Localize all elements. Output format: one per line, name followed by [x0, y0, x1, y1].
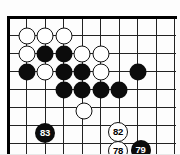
- board-intersection: [147, 117, 166, 135]
- board-intersection: [73, 99, 92, 117]
- board-intersection: [147, 27, 166, 45]
- board-intersection: [17, 81, 36, 99]
- board-intersection: [110, 63, 129, 81]
- board-intersection: [54, 117, 73, 135]
- board-intersection: 83: [36, 117, 55, 135]
- board-intersection: [110, 81, 129, 99]
- board-intersection: [165, 99, 180, 117]
- black-stone: [55, 63, 72, 80]
- board-intersection: [128, 81, 147, 99]
- white-stone: [74, 45, 91, 62]
- move-78-stone: 78: [108, 141, 128, 155]
- board-intersection: [17, 99, 36, 117]
- board-intersection: [73, 81, 92, 99]
- board-intersection: [128, 63, 147, 81]
- board-intersection: [17, 27, 36, 45]
- board-intersection: [165, 117, 180, 135]
- white-stone: [76, 102, 93, 119]
- board-intersection: [147, 81, 166, 99]
- board-intersection: [36, 63, 55, 81]
- board-intersection: [110, 45, 129, 63]
- go-diagram: 83827879: [0, 0, 180, 154]
- board-intersection: [17, 117, 36, 135]
- white-stone: [18, 27, 35, 44]
- board-intersection: [165, 45, 180, 63]
- move-number-label: 78: [113, 146, 123, 154]
- black-stone: [74, 63, 91, 80]
- board-intersection: [54, 27, 73, 45]
- board-intersection: [110, 99, 129, 117]
- go-board: 83827879: [0, 9, 180, 153]
- white-stone: [55, 27, 72, 44]
- board-intersection: [17, 45, 36, 63]
- move-83-stone: 83: [35, 123, 55, 143]
- black-stone: [55, 45, 72, 62]
- board-intersection: [91, 45, 110, 63]
- white-stone: [92, 63, 109, 80]
- move-number-label: 83: [40, 128, 50, 138]
- move-number-label: 79: [136, 145, 146, 154]
- board-intersection: [54, 81, 73, 99]
- move-number-label: 82: [113, 127, 123, 137]
- board-intersection: [147, 45, 166, 63]
- black-stone: [111, 81, 128, 98]
- board-left-edge: [7, 16, 10, 154]
- white-stone: [18, 45, 35, 62]
- board-intersection: [73, 135, 92, 153]
- white-stone: [37, 27, 54, 44]
- board-intersection: [165, 135, 180, 153]
- board-intersection: [54, 45, 73, 63]
- black-stone: [92, 81, 109, 98]
- board-intersection: [73, 27, 92, 45]
- board-intersection: [54, 99, 73, 117]
- white-stone: [92, 45, 109, 62]
- board-intersection: [165, 27, 180, 45]
- black-stone: [37, 45, 54, 62]
- black-stone: [55, 81, 72, 98]
- board-intersection: [17, 63, 36, 81]
- white-stone: [37, 63, 54, 80]
- board-intersection: [91, 135, 110, 153]
- board-intersection: [165, 63, 180, 81]
- board-intersection: [36, 81, 55, 99]
- board-intersection: [36, 45, 55, 63]
- board-intersection: [147, 99, 166, 117]
- board-top-edge: [7, 16, 177, 19]
- board-intersection: [73, 45, 92, 63]
- board-intersection: [165, 81, 180, 99]
- board-intersection: [36, 99, 55, 117]
- board-intersection: [73, 117, 92, 135]
- board-intersection: [128, 99, 147, 117]
- board-intersection: [128, 45, 147, 63]
- move-82-stone: 82: [108, 122, 128, 142]
- board-intersection: [36, 27, 55, 45]
- board-intersection: [110, 27, 129, 45]
- board-intersection: [73, 63, 92, 81]
- black-stone: [74, 81, 91, 98]
- black-stone: [18, 63, 35, 80]
- board-intersection: [128, 117, 147, 135]
- board-intersection: [147, 63, 166, 81]
- board-intersection: [91, 81, 110, 99]
- black-stone: [129, 63, 146, 80]
- board-intersection: [91, 117, 110, 135]
- board-intersection: [91, 27, 110, 45]
- board-intersection: [91, 63, 110, 81]
- board-intersection: [91, 99, 110, 117]
- board-intersection: [54, 135, 73, 153]
- move-79-stone: 79: [131, 140, 151, 155]
- board-intersection: [17, 135, 36, 153]
- board-intersection: 79: [128, 135, 147, 153]
- board-intersection: 82: [110, 117, 129, 135]
- board-intersection: [128, 27, 147, 45]
- board-intersection: [54, 63, 73, 81]
